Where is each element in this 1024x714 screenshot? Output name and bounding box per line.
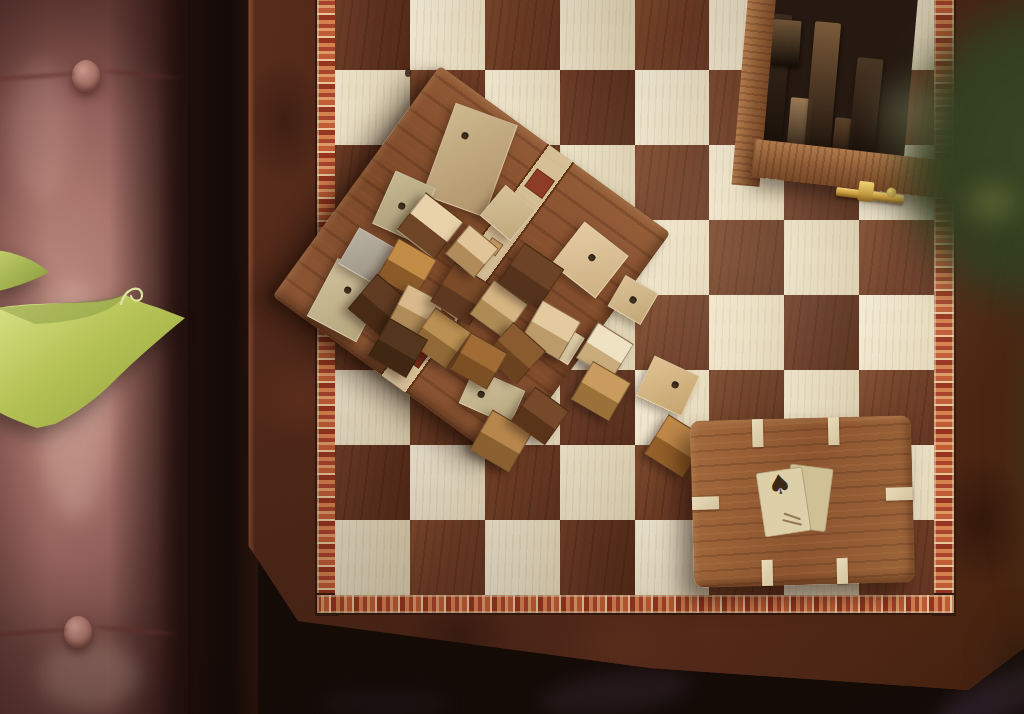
shadow-streak (320, 690, 450, 714)
board-cell (485, 0, 560, 70)
chair-button (64, 616, 92, 648)
bone-tab (828, 417, 840, 445)
board-cell (635, 295, 710, 370)
band-inlay-square (524, 168, 555, 199)
band-inlay-square (424, 306, 455, 337)
board-cell (560, 0, 635, 70)
band-inlay-square (502, 199, 533, 230)
bone-tab (836, 558, 848, 584)
table-edge-highlight (249, 0, 255, 560)
chair-highlight (10, 60, 70, 200)
card-box: ♠ (690, 415, 915, 588)
band-inlay-square (401, 338, 432, 369)
board-cell (560, 370, 635, 445)
leaf (0, 242, 195, 432)
chair-crease (0, 627, 68, 638)
foliage-haze (850, 55, 965, 170)
board-cell (410, 0, 485, 70)
bone-tab (762, 560, 774, 586)
spade-icon: ♠ (765, 467, 794, 501)
band-inlay-square (484, 237, 504, 257)
board-cell (485, 520, 560, 595)
leaf-spike (0, 250, 49, 292)
board-cell (410, 445, 485, 520)
mosaic-border-bottom (315, 593, 956, 615)
board-cell (635, 70, 710, 145)
board-cell (335, 0, 410, 70)
board-cell (560, 445, 635, 520)
board-cell (784, 295, 859, 370)
bone-tab (886, 487, 913, 501)
bone-tab (692, 496, 719, 510)
tray-inlay-band (380, 144, 574, 394)
card-inlay: ♠ (757, 461, 835, 541)
board-cell (709, 295, 784, 370)
board-cell (335, 445, 410, 520)
board-cell (410, 520, 485, 595)
board-speck (405, 69, 411, 77)
board-cell (560, 70, 635, 145)
chair-button (72, 60, 100, 92)
board-cell (635, 145, 710, 220)
inlay-card-front: ♠ (755, 466, 811, 537)
bone-tab (752, 419, 764, 447)
chair-highlight (40, 640, 140, 710)
domino-slat (770, 19, 801, 67)
scene: ♠ (0, 0, 1024, 714)
board-cell (709, 220, 784, 295)
board-cell (335, 520, 410, 595)
board-cell (635, 0, 710, 70)
shadow-streak (538, 662, 692, 714)
board-cell (560, 520, 635, 595)
